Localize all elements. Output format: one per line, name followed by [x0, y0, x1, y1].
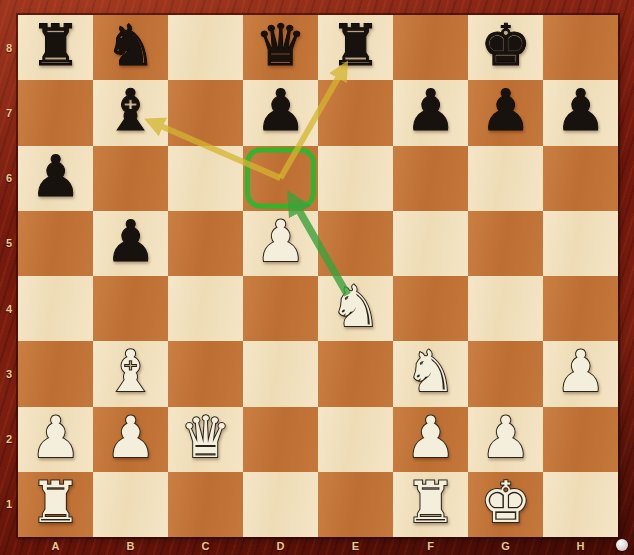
square-f1[interactable]: ♜ [393, 472, 468, 537]
square-c5[interactable] [168, 211, 243, 276]
rank-label-2: 2 [0, 432, 18, 446]
rank-label-4: 4 [0, 302, 18, 316]
file-label-c: C [168, 539, 243, 553]
square-h2[interactable] [543, 407, 618, 472]
file-label-a: A [18, 539, 93, 553]
chess-board-screenshot: ♜♞♛♜♚♝♟♟♟♟♟♟♟♞♝♞♟♟♟♛♟♟♜♜♚ 87654321 ABCDE… [0, 0, 634, 555]
file-label-g: G [468, 539, 543, 553]
square-b6[interactable] [93, 146, 168, 211]
piece-black-pawn-h7[interactable]: ♟ [555, 82, 606, 139]
piece-white-bishop-b3[interactable]: ♝ [105, 343, 156, 400]
square-d7[interactable]: ♟ [243, 80, 318, 145]
piece-black-pawn-f7[interactable]: ♟ [405, 82, 456, 139]
piece-white-knight-e4[interactable]: ♞ [330, 278, 381, 335]
square-f2[interactable]: ♟ [393, 407, 468, 472]
square-b5[interactable]: ♟ [93, 211, 168, 276]
piece-white-pawn-h3[interactable]: ♟ [555, 343, 606, 400]
square-b2[interactable]: ♟ [93, 407, 168, 472]
square-d2[interactable] [243, 407, 318, 472]
square-e7[interactable] [318, 80, 393, 145]
piece-black-bishop-b7[interactable]: ♝ [105, 82, 156, 139]
piece-black-king-g8[interactable]: ♚ [480, 17, 531, 74]
square-h8[interactable] [543, 15, 618, 80]
square-g3[interactable] [468, 341, 543, 406]
square-a1[interactable]: ♜ [18, 472, 93, 537]
square-f8[interactable] [393, 15, 468, 80]
piece-black-rook-a8[interactable]: ♜ [30, 17, 81, 74]
square-f7[interactable]: ♟ [393, 80, 468, 145]
square-h3[interactable]: ♟ [543, 341, 618, 406]
square-e1[interactable] [318, 472, 393, 537]
file-label-h: H [543, 539, 618, 553]
square-f6[interactable] [393, 146, 468, 211]
rank-label-3: 3 [0, 367, 18, 381]
rank-label-8: 8 [0, 41, 18, 55]
square-g1[interactable]: ♚ [468, 472, 543, 537]
square-a6[interactable]: ♟ [18, 146, 93, 211]
square-b7[interactable]: ♝ [93, 80, 168, 145]
square-h7[interactable]: ♟ [543, 80, 618, 145]
square-d3[interactable] [243, 341, 318, 406]
piece-white-queen-c2[interactable]: ♛ [180, 409, 231, 466]
square-g8[interactable]: ♚ [468, 15, 543, 80]
square-e5[interactable] [318, 211, 393, 276]
corner-dot [616, 539, 628, 551]
square-h4[interactable] [543, 276, 618, 341]
square-g6[interactable] [468, 146, 543, 211]
square-d5[interactable]: ♟ [243, 211, 318, 276]
square-e3[interactable] [318, 341, 393, 406]
square-d4[interactable] [243, 276, 318, 341]
square-a8[interactable]: ♜ [18, 15, 93, 80]
square-e8[interactable]: ♜ [318, 15, 393, 80]
rank-label-5: 5 [0, 236, 18, 250]
square-c3[interactable] [168, 341, 243, 406]
square-c6[interactable] [168, 146, 243, 211]
piece-black-rook-e8[interactable]: ♜ [330, 17, 381, 74]
square-c8[interactable] [168, 15, 243, 80]
piece-white-knight-f3[interactable]: ♞ [405, 343, 456, 400]
rank-label-7: 7 [0, 106, 18, 120]
square-g2[interactable]: ♟ [468, 407, 543, 472]
square-a5[interactable] [18, 211, 93, 276]
piece-white-rook-f1[interactable]: ♜ [405, 474, 456, 531]
piece-white-pawn-b2[interactable]: ♟ [105, 409, 156, 466]
square-h6[interactable] [543, 146, 618, 211]
piece-white-pawn-f2[interactable]: ♟ [405, 409, 456, 466]
square-h5[interactable] [543, 211, 618, 276]
square-a7[interactable] [18, 80, 93, 145]
square-b8[interactable]: ♞ [93, 15, 168, 80]
square-e4[interactable]: ♞ [318, 276, 393, 341]
file-label-b: B [93, 539, 168, 553]
piece-white-pawn-g2[interactable]: ♟ [480, 409, 531, 466]
square-e2[interactable] [318, 407, 393, 472]
square-e6[interactable] [318, 146, 393, 211]
square-c1[interactable] [168, 472, 243, 537]
piece-white-pawn-d5[interactable]: ♟ [255, 213, 306, 270]
square-g7[interactable]: ♟ [468, 80, 543, 145]
piece-black-pawn-b5[interactable]: ♟ [105, 213, 156, 270]
file-label-d: D [243, 539, 318, 553]
piece-white-king-g1[interactable]: ♚ [480, 474, 531, 531]
piece-black-queen-d8[interactable]: ♛ [255, 17, 306, 74]
piece-white-pawn-a2[interactable]: ♟ [30, 409, 81, 466]
square-g4[interactable] [468, 276, 543, 341]
file-label-f: F [393, 539, 468, 553]
square-b1[interactable] [93, 472, 168, 537]
square-c2[interactable]: ♛ [168, 407, 243, 472]
chess-board: ♜♞♛♜♚♝♟♟♟♟♟♟♟♞♝♞♟♟♟♛♟♟♜♜♚ [18, 15, 618, 537]
square-a3[interactable] [18, 341, 93, 406]
square-f3[interactable]: ♞ [393, 341, 468, 406]
rank-label-1: 1 [0, 497, 18, 511]
square-h1[interactable] [543, 472, 618, 537]
square-f4[interactable] [393, 276, 468, 341]
square-d6[interactable] [243, 146, 318, 211]
square-g5[interactable] [468, 211, 543, 276]
piece-black-pawn-g7[interactable]: ♟ [480, 82, 531, 139]
file-label-e: E [318, 539, 393, 553]
square-a4[interactable] [18, 276, 93, 341]
square-b3[interactable]: ♝ [93, 341, 168, 406]
piece-black-pawn-a6[interactable]: ♟ [30, 148, 81, 205]
square-f5[interactable] [393, 211, 468, 276]
piece-white-rook-a1[interactable]: ♜ [30, 474, 81, 531]
piece-black-pawn-d7[interactable]: ♟ [255, 82, 306, 139]
square-a2[interactable]: ♟ [18, 407, 93, 472]
rank-label-6: 6 [0, 171, 18, 185]
square-c7[interactable] [168, 80, 243, 145]
square-c4[interactable] [168, 276, 243, 341]
square-b4[interactable] [93, 276, 168, 341]
piece-black-knight-b8[interactable]: ♞ [105, 17, 156, 74]
square-d8[interactable]: ♛ [243, 15, 318, 80]
square-d1[interactable] [243, 472, 318, 537]
